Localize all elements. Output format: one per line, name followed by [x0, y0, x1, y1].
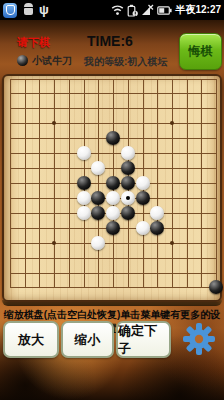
- zoom-in-button[interactable]: 放大: [3, 321, 59, 358]
- app-window: ψ 半夜12:27: [0, 0, 224, 400]
- status-time: 半夜12:27: [175, 3, 221, 17]
- star-point: [52, 241, 56, 245]
- black-stone: [106, 131, 120, 145]
- gomoku-board[interactable]: [2, 74, 222, 302]
- no-signal-icon: [141, 4, 154, 16]
- white-stone: [77, 191, 91, 205]
- white-stone: [136, 176, 150, 190]
- black-stone: [150, 221, 164, 235]
- white-stone: [106, 206, 120, 220]
- star-point: [170, 241, 174, 245]
- settings-gear-icon[interactable]: [182, 322, 216, 356]
- usb-icon: ψ: [39, 0, 49, 20]
- wifi-icon: [111, 4, 124, 16]
- status-bar: ψ 半夜12:27: [0, 0, 224, 20]
- star-point: [52, 121, 56, 125]
- move-timer: TIME:6: [87, 33, 133, 49]
- security-shield-icon: [3, 3, 17, 18]
- zoom-out-button[interactable]: 缩小: [61, 321, 114, 358]
- confirm-move-button[interactable]: 确定下子: [116, 321, 171, 358]
- black-stone: [136, 191, 150, 205]
- board-grid: [4, 76, 220, 300]
- white-stone: [77, 206, 91, 220]
- star-point: [170, 121, 174, 125]
- android-robot-icon: [22, 3, 34, 17]
- white-stone: [106, 191, 120, 205]
- black-stone: [91, 191, 105, 205]
- last-move-marker: [126, 196, 130, 200]
- black-stone: [121, 161, 135, 175]
- player-level: 小试牛刀: [32, 54, 72, 68]
- black-stone: [209, 280, 223, 294]
- rank-text: 我的等级:初入棋坛: [84, 55, 167, 69]
- black-stone: [77, 176, 91, 190]
- white-stone: [136, 221, 150, 235]
- white-stone: [150, 206, 164, 220]
- black-stone-icon: [17, 55, 28, 66]
- black-stone: [121, 206, 135, 220]
- turn-prompt: 请下棋: [17, 35, 50, 50]
- white-stone: [77, 146, 91, 160]
- undo-button[interactable]: 悔棋: [179, 33, 222, 70]
- black-stone: [91, 206, 105, 220]
- white-stone: [91, 236, 105, 250]
- black-stone: [121, 176, 135, 190]
- white-stone: [121, 146, 135, 160]
- white-stone: [121, 191, 135, 205]
- black-stone: [106, 221, 120, 235]
- white-stone: [91, 161, 105, 175]
- black-stone: [106, 176, 120, 190]
- battery-icon: [157, 6, 172, 15]
- battery-alert-icon: [127, 4, 138, 17]
